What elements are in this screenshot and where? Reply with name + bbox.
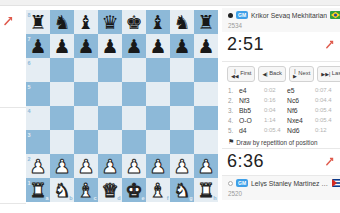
move-black-4[interactable]: Nxe4 <box>287 117 315 124</box>
square-g4[interactable] <box>170 106 194 130</box>
square-c3[interactable] <box>74 130 98 154</box>
square-e8[interactable]: ♚ <box>122 10 146 34</box>
square-a8[interactable]: ♜8 <box>26 10 50 34</box>
file-label: c <box>93 195 96 201</box>
square-g7[interactable]: ♟ <box>170 34 194 58</box>
square-f3[interactable] <box>146 130 170 154</box>
panel-divider <box>222 148 340 149</box>
square-e6[interactable] <box>122 58 146 82</box>
piece-white-rook: ♜ <box>194 178 218 202</box>
piece-white-rook: ♜ <box>26 178 50 202</box>
rank-label: 4 <box>28 108 31 114</box>
square-b7[interactable]: ♟ <box>50 34 74 58</box>
square-h2[interactable]: ♟ <box>194 154 218 178</box>
file-label: e <box>141 195 144 201</box>
skip-to-start-icon: |◀◀ <box>231 69 239 79</box>
square-g8[interactable]: ♞ <box>170 10 194 34</box>
piece-white-pawn: ♟ <box>122 154 146 178</box>
square-a2[interactable]: ♟2 <box>26 154 50 178</box>
square-h1[interactable]: ♜h <box>194 178 218 202</box>
move-white-4[interactable]: O-O <box>239 117 264 124</box>
move-black-time-2: 0:04.4 <box>315 97 338 103</box>
move-black-3[interactable]: Nf6 <box>287 107 315 114</box>
piece-black-knight: ♞ <box>170 10 194 34</box>
square-a6[interactable]: 6 <box>26 58 50 82</box>
move-nav: |◀◀First ◀|Back |▶Next ▶▶|Last <box>227 66 340 82</box>
square-a4[interactable]: 4 <box>26 106 50 130</box>
square-b2[interactable]: ♟ <box>50 154 74 178</box>
player-top-name: Krikor Sevag Mekhitarian <box>251 12 327 19</box>
piece-black-rook: ♜ <box>26 10 50 34</box>
game-panel: GM Krikor Sevag Mekhitarian 2534 2:51 |◀… <box>222 7 340 213</box>
move-black-2[interactable]: Nc6 <box>287 97 315 104</box>
square-a1[interactable]: ♜1a <box>26 178 50 202</box>
square-e1[interactable]: ♚e <box>122 178 146 202</box>
move-white-3[interactable]: Bb5 <box>239 107 264 114</box>
rank-label: 5 <box>28 84 31 90</box>
square-g1[interactable]: ♞g <box>170 178 194 202</box>
move-number-2: 2. <box>228 97 239 104</box>
move-number-4: 4. <box>228 117 239 124</box>
move-black-time-3: 0:05.4 <box>315 107 338 113</box>
square-b8[interactable]: ♞ <box>50 10 74 34</box>
square-a5[interactable]: 5 <box>26 82 50 106</box>
piece-white-knight: ♞ <box>50 178 74 202</box>
player-bottom: GM Lelys Stanley Martinez Duany <box>228 179 340 187</box>
piece-black-bishop: ♝ <box>74 10 98 34</box>
square-h3[interactable] <box>194 130 218 154</box>
square-h7[interactable]: ♟ <box>194 34 218 58</box>
square-f1[interactable]: ♝f <box>146 178 170 202</box>
next-button[interactable]: |▶Next <box>289 66 314 82</box>
move-white-time-4: 1:14 <box>264 117 287 123</box>
file-label: a <box>45 195 48 201</box>
square-a3[interactable]: 3 <box>26 130 50 154</box>
clock-bottom: 6:36 <box>227 151 264 172</box>
left-margin-strip <box>0 7 26 213</box>
player-bottom-name: Lelys Stanley Martinez Duany <box>251 180 329 187</box>
piece-black-king: ♚ <box>122 10 146 34</box>
piece-white-pawn: ♟ <box>26 154 50 178</box>
panel-divider <box>222 61 340 62</box>
rank-label: 8 <box>28 12 31 18</box>
square-b5[interactable] <box>50 82 74 106</box>
piece-white-king: ♚ <box>122 178 146 202</box>
square-g5[interactable] <box>170 82 194 106</box>
move-white-5[interactable]: d4 <box>239 127 264 134</box>
move-white-1[interactable]: e4 <box>239 87 264 94</box>
square-h6[interactable] <box>194 58 218 82</box>
square-g2[interactable]: ♟ <box>170 154 194 178</box>
step-forward-icon: |▶ <box>293 69 297 79</box>
rank-label: 1 <box>28 180 31 186</box>
square-d1[interactable]: ♛d <box>98 178 122 202</box>
black-side-dot-icon <box>228 13 233 18</box>
move-white-time-3: 0:04 <box>264 107 287 113</box>
square-c2[interactable]: ♟ <box>74 154 98 178</box>
square-b4[interactable] <box>50 106 74 130</box>
square-e4[interactable] <box>122 106 146 130</box>
cuba-flag-icon <box>332 179 340 187</box>
back-button[interactable]: ◀|Back <box>258 66 286 82</box>
piece-white-bishop: ♝ <box>74 178 98 202</box>
rank-label: 7 <box>28 36 31 42</box>
move-number-5: 5. <box>228 127 239 134</box>
file-label: b <box>69 195 72 201</box>
square-c6[interactable] <box>74 58 98 82</box>
square-f4[interactable] <box>146 106 170 130</box>
square-h8[interactable]: ♜ <box>194 10 218 34</box>
square-e5[interactable] <box>122 82 146 106</box>
square-f7[interactable]: ♟ <box>146 34 170 58</box>
move-number-3: 3. <box>228 107 239 114</box>
square-g6[interactable] <box>170 58 194 82</box>
file-label: h <box>213 195 216 201</box>
move-white-time-2: 0:16 <box>264 97 287 103</box>
piece-black-pawn: ♟ <box>122 34 146 58</box>
square-f5[interactable] <box>146 82 170 106</box>
square-d5[interactable] <box>98 82 122 106</box>
white-side-dot-icon <box>228 181 233 186</box>
brazil-flag-icon <box>330 11 340 19</box>
file-label: g <box>189 195 192 201</box>
piece-white-pawn: ♟ <box>194 154 218 178</box>
square-h5[interactable] <box>194 82 218 106</box>
move-white-time-5: 0:05.4 <box>264 127 287 133</box>
square-f2[interactable]: ♟ <box>146 154 170 178</box>
player-top: GM Krikor Sevag Mekhitarian <box>228 11 340 19</box>
player-top-rating: 2534 <box>228 22 242 29</box>
square-f8[interactable]: ♝ <box>146 10 170 34</box>
gm-title-badge: GM <box>236 11 248 19</box>
square-c7[interactable]: ♟ <box>74 34 98 58</box>
piece-black-knight: ♞ <box>50 10 74 34</box>
piece-white-bishop: ♝ <box>146 178 170 202</box>
piece-white-pawn: ♟ <box>74 154 98 178</box>
step-back-icon: ◀| <box>262 72 267 77</box>
square-b3[interactable] <box>50 130 74 154</box>
piece-black-pawn: ♟ <box>50 34 74 58</box>
connection-status-icon <box>325 40 334 49</box>
square-d2[interactable]: ♟ <box>98 154 122 178</box>
connection-status-icon <box>325 157 334 166</box>
square-c4[interactable] <box>74 106 98 130</box>
square-g3[interactable] <box>170 130 194 154</box>
gm-title-badge: GM <box>236 179 248 187</box>
piece-white-knight: ♞ <box>170 178 194 202</box>
piece-white-pawn: ♟ <box>98 154 122 178</box>
square-d6[interactable] <box>98 58 122 82</box>
result-note-text: Draw by repetition of position <box>236 139 317 146</box>
file-label: f <box>167 195 169 201</box>
move-white-2[interactable]: Nf3 <box>239 97 264 104</box>
rank-label: 2 <box>28 156 31 162</box>
flag-icon: ⚑ <box>228 138 234 146</box>
piece-black-queen: ♛ <box>98 10 122 34</box>
move-black-1[interactable]: e5 <box>287 87 315 94</box>
piece-black-pawn: ♟ <box>194 34 218 58</box>
piece-black-pawn: ♟ <box>146 34 170 58</box>
square-e2[interactable]: ♟ <box>122 154 146 178</box>
red-arrow-icon <box>3 16 13 26</box>
last-move-button[interactable]: ▶▶|Last <box>317 66 340 82</box>
square-d3[interactable] <box>98 130 122 154</box>
move-list: 1.e40:02e50:07.42.Nf30:16Nc60:04.43.Bb50… <box>228 85 338 135</box>
first-move-button[interactable]: |◀◀First <box>227 66 255 82</box>
piece-black-rook: ♜ <box>194 10 218 34</box>
square-d4[interactable] <box>98 106 122 130</box>
piece-black-pawn: ♟ <box>170 34 194 58</box>
square-c1[interactable]: ♝c <box>74 178 98 202</box>
piece-white-pawn: ♟ <box>170 154 194 178</box>
piece-white-pawn: ♟ <box>50 154 74 178</box>
piece-black-pawn: ♟ <box>98 34 122 58</box>
left-divider <box>0 203 26 204</box>
top-divider-bar <box>0 0 340 6</box>
skip-to-end-icon: ▶▶| <box>321 72 330 77</box>
chess-broadcast-viewer: ♜8♞♝♛♚♝♞♜♟7♟♟♟♟♟♟♟6543♟2♟♟♟♟♟♟♟♜1a♞b♝c♛d… <box>0 0 340 213</box>
left-divider <box>0 107 26 108</box>
piece-white-pawn: ♟ <box>146 154 170 178</box>
piece-black-pawn: ♟ <box>26 34 50 58</box>
clock-top: 2:51 <box>227 34 264 55</box>
square-e7[interactable]: ♟ <box>122 34 146 58</box>
piece-white-queen: ♛ <box>98 178 122 202</box>
move-black-time-5: 0:12 <box>315 127 338 133</box>
rank-label: 6 <box>28 60 31 66</box>
square-a7[interactable]: ♟7 <box>26 34 50 58</box>
piece-black-pawn: ♟ <box>74 34 98 58</box>
square-d8[interactable]: ♛ <box>98 10 122 34</box>
square-f6[interactable] <box>146 58 170 82</box>
move-black-time-1: 0:07.4 <box>315 87 338 93</box>
square-c8[interactable]: ♝ <box>74 10 98 34</box>
file-label: d <box>117 195 120 201</box>
square-b1[interactable]: ♞b <box>50 178 74 202</box>
move-black-time-4: 0:05.4 <box>315 117 338 123</box>
chess-board[interactable]: ♜8♞♝♛♚♝♞♜♟7♟♟♟♟♟♟♟6543♟2♟♟♟♟♟♟♟♜1a♞b♝c♛d… <box>26 10 218 202</box>
square-b6[interactable] <box>50 58 74 82</box>
piece-black-bishop: ♝ <box>146 10 170 34</box>
rank-label: 3 <box>28 132 31 138</box>
result-note: ⚑ Draw by repetition of position <box>228 138 317 146</box>
move-number-1: 1. <box>228 87 239 94</box>
square-h4[interactable] <box>194 106 218 130</box>
square-c5[interactable] <box>74 82 98 106</box>
player-bottom-rating: 2520 <box>228 190 242 197</box>
move-white-time-1: 0:02 <box>264 87 287 93</box>
square-d7[interactable]: ♟ <box>98 34 122 58</box>
panel-divider <box>222 175 340 176</box>
square-e3[interactable] <box>122 130 146 154</box>
move-black-5[interactable]: Nd6 <box>287 127 315 134</box>
